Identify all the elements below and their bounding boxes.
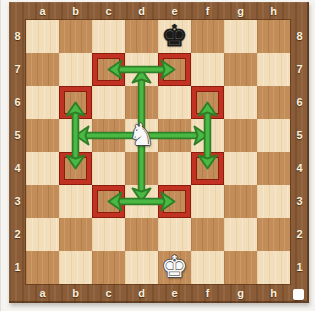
square-d2[interactable] (125, 218, 158, 251)
rank-label-right-2: 2 (290, 218, 309, 251)
square-c4[interactable] (92, 152, 125, 185)
square-a1[interactable] (26, 251, 59, 284)
highlight-e3 (159, 186, 190, 217)
file-label-top-h: h (257, 3, 290, 20)
square-g7[interactable] (224, 53, 257, 86)
square-d6[interactable] (125, 86, 158, 119)
file-label-top-c: c (92, 3, 125, 20)
square-f6[interactable] (191, 86, 224, 119)
square-e2[interactable] (158, 218, 191, 251)
square-a4[interactable] (26, 152, 59, 185)
square-g3[interactable] (224, 185, 257, 218)
square-e7[interactable] (158, 53, 191, 86)
rank-label-right-1: 1 (290, 251, 309, 284)
chess-board[interactable] (26, 20, 290, 284)
rank-label-left-7: 7 (9, 53, 26, 86)
rank-label-right-3: 3 (290, 185, 309, 218)
rank-label-left-2: 2 (9, 218, 26, 251)
file-label-bottom-e: e (158, 284, 191, 303)
square-f8[interactable] (191, 20, 224, 53)
highlight-f6 (192, 87, 223, 118)
square-h5[interactable] (257, 119, 290, 152)
square-d7[interactable] (125, 53, 158, 86)
square-b8[interactable] (59, 20, 92, 53)
file-label-top-g: g (224, 3, 257, 20)
rank-label-right-8: 8 (290, 20, 309, 53)
square-e5[interactable] (158, 119, 191, 152)
square-a2[interactable] (26, 218, 59, 251)
rank-label-left-1: 1 (9, 251, 26, 284)
square-f7[interactable] (191, 53, 224, 86)
square-b5[interactable] (59, 119, 92, 152)
square-h3[interactable] (257, 185, 290, 218)
square-f3[interactable] (191, 185, 224, 218)
square-b4[interactable] (59, 152, 92, 185)
square-f1[interactable] (191, 251, 224, 284)
square-b6[interactable] (59, 86, 92, 119)
square-h2[interactable] (257, 218, 290, 251)
square-c5[interactable] (92, 119, 125, 152)
square-f2[interactable] (191, 218, 224, 251)
board-frame: aabbccddeeffgghh8877665544332211 ♚♞♚ (9, 2, 309, 303)
file-label-bottom-f: f (191, 284, 224, 303)
square-f4[interactable] (191, 152, 224, 185)
square-b3[interactable] (59, 185, 92, 218)
highlight-e7 (159, 54, 190, 85)
square-g8[interactable] (224, 20, 257, 53)
black-king-e8[interactable]: ♚ (158, 20, 191, 53)
square-a5[interactable] (26, 119, 59, 152)
highlight-b6 (60, 87, 91, 118)
square-c1[interactable] (92, 251, 125, 284)
rank-label-right-5: 5 (290, 119, 309, 152)
square-e6[interactable] (158, 86, 191, 119)
square-f5[interactable] (191, 119, 224, 152)
highlight-c3 (93, 186, 124, 217)
square-c2[interactable] (92, 218, 125, 251)
rank-label-right-6: 6 (290, 86, 309, 119)
square-h6[interactable] (257, 86, 290, 119)
white-knight-d5[interactable]: ♞ (125, 119, 158, 152)
square-c6[interactable] (92, 86, 125, 119)
square-e3[interactable] (158, 185, 191, 218)
highlight-c7 (93, 54, 124, 85)
square-a7[interactable] (26, 53, 59, 86)
file-label-top-a: a (26, 3, 59, 20)
square-b1[interactable] (59, 251, 92, 284)
rank-label-left-4: 4 (9, 152, 26, 185)
square-a8[interactable] (26, 20, 59, 53)
square-b7[interactable] (59, 53, 92, 86)
rank-label-right-4: 4 (290, 152, 309, 185)
rank-label-left-3: 3 (9, 185, 26, 218)
square-h7[interactable] (257, 53, 290, 86)
square-a6[interactable] (26, 86, 59, 119)
file-label-bottom-b: b (59, 284, 92, 303)
square-e4[interactable] (158, 152, 191, 185)
square-h1[interactable] (257, 251, 290, 284)
square-h8[interactable] (257, 20, 290, 53)
square-d1[interactable] (125, 251, 158, 284)
square-c3[interactable] (92, 185, 125, 218)
white-to-move-indicator (293, 289, 304, 300)
square-d4[interactable] (125, 152, 158, 185)
square-h4[interactable] (257, 152, 290, 185)
square-g1[interactable] (224, 251, 257, 284)
white-king-e1[interactable]: ♚ (158, 251, 191, 284)
square-c8[interactable] (92, 20, 125, 53)
file-label-bottom-d: d (125, 284, 158, 303)
square-g2[interactable] (224, 218, 257, 251)
rank-label-left-8: 8 (9, 20, 26, 53)
square-g6[interactable] (224, 86, 257, 119)
file-label-top-d: d (125, 3, 158, 20)
file-label-bottom-g: g (224, 284, 257, 303)
file-label-bottom-a: a (26, 284, 59, 303)
rank-label-left-5: 5 (9, 119, 26, 152)
file-label-bottom-c: c (92, 284, 125, 303)
highlight-b4 (60, 153, 91, 184)
square-a3[interactable] (26, 185, 59, 218)
file-label-top-f: f (191, 3, 224, 20)
rank-label-right-7: 7 (290, 53, 309, 86)
page-background: aabbccddeeffgghh8877665544332211 ♚♞♚ (0, 0, 315, 311)
file-label-bottom-h: h (257, 284, 290, 303)
square-c7[interactable] (92, 53, 125, 86)
rank-label-left-6: 6 (9, 86, 26, 119)
square-d3[interactable] (125, 185, 158, 218)
square-g4[interactable] (224, 152, 257, 185)
square-g5[interactable] (224, 119, 257, 152)
square-b2[interactable] (59, 218, 92, 251)
square-d8[interactable] (125, 20, 158, 53)
highlight-f4 (192, 153, 223, 184)
file-label-top-b: b (59, 3, 92, 20)
